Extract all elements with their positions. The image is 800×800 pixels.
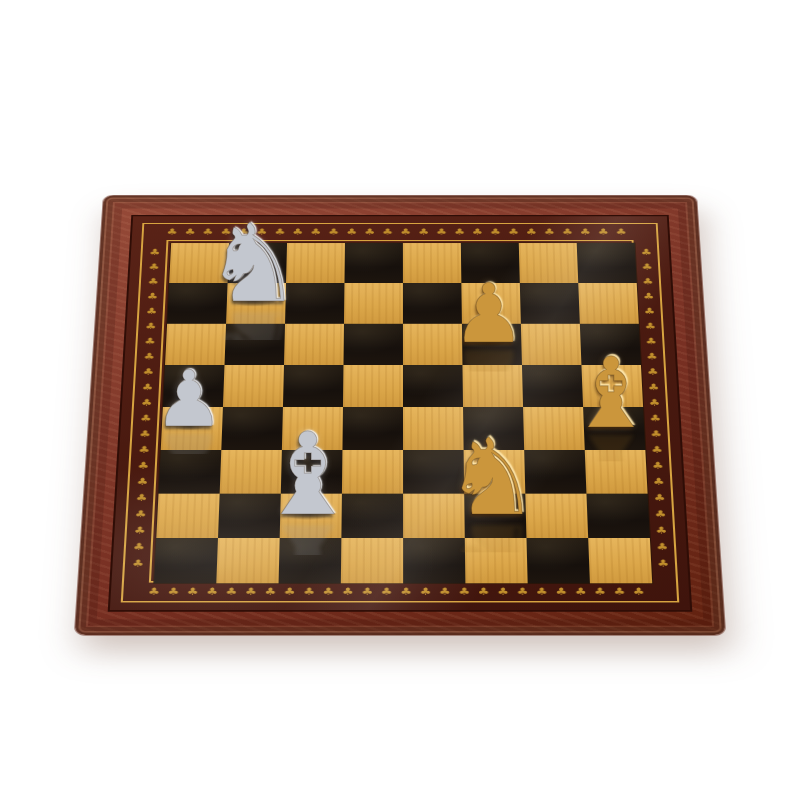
silver-knight-glyph: ♞ <box>205 211 302 319</box>
square-a1[interactable] <box>154 538 218 583</box>
square-b5[interactable] <box>223 365 284 407</box>
gold-bishop-glyph: ♝ <box>567 344 655 442</box>
gold-knight-glyph: ♞ <box>445 424 540 530</box>
square-c5[interactable] <box>283 365 344 407</box>
square-d8[interactable] <box>344 243 402 283</box>
square-a2[interactable] <box>156 494 219 538</box>
square-a3[interactable] <box>159 450 222 494</box>
square-h2[interactable] <box>586 494 649 538</box>
square-h1[interactable] <box>588 538 652 583</box>
photo-stage: ♣♣♣♣♣♣♣♣♣♣♣♣♣♣♣♣♣♣♣♣♣♣♣♣♣♣ ♣♣♣♣♣♣♣♣♣♣♣♣♣… <box>0 0 800 800</box>
square-d6[interactable] <box>343 324 402 365</box>
square-g7[interactable] <box>520 283 580 324</box>
square-d7[interactable] <box>344 283 403 324</box>
silver-pawn-glyph: ♟ <box>154 361 224 439</box>
square-d5[interactable] <box>343 365 403 407</box>
square-g8[interactable] <box>519 243 578 283</box>
square-h7[interactable] <box>578 283 639 324</box>
gold-pawn-glyph: ♟ <box>452 273 526 355</box>
ornament-band-bottom: ♣♣♣♣♣♣♣♣♣♣♣♣♣♣♣♣♣♣♣♣♣♣♣♣♣♣ <box>125 583 675 600</box>
square-h8[interactable] <box>577 243 637 283</box>
silver-bishop-glyph: ♝ <box>257 418 359 532</box>
